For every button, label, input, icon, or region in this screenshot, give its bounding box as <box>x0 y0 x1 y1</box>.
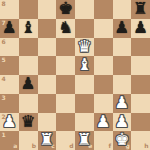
square-g8[interactable] <box>113 0 132 19</box>
square-f3[interactable] <box>94 94 113 113</box>
square-h5[interactable] <box>131 56 150 75</box>
square-c8[interactable] <box>38 0 57 19</box>
file-label-d: d <box>69 143 73 149</box>
square-a6[interactable]: 6 <box>0 38 19 57</box>
square-b4[interactable]: ♟ <box>19 75 38 94</box>
piece-black-pawn[interactable]: ♟ <box>114 19 129 36</box>
square-f5[interactable] <box>94 56 113 75</box>
file-label-f: f <box>108 143 111 149</box>
square-c7[interactable] <box>38 19 57 38</box>
square-b1[interactable]: b <box>19 131 38 150</box>
square-e3[interactable] <box>75 94 94 113</box>
square-c5[interactable] <box>38 56 57 75</box>
square-e2[interactable] <box>75 113 94 132</box>
square-d8[interactable]: ♚ <box>56 0 75 19</box>
piece-white-pawn[interactable]: ♟ <box>96 113 111 130</box>
file-label-a: a <box>13 143 17 149</box>
square-b7[interactable]: ♝ <box>19 19 38 38</box>
square-a3[interactable]: 3 <box>0 94 19 113</box>
square-f8[interactable] <box>94 0 113 19</box>
rank-label-1: 1 <box>2 132 6 138</box>
square-h8[interactable]: ♜ <box>131 0 150 19</box>
square-g2[interactable]: ♟ <box>113 113 132 132</box>
piece-white-king[interactable]: ♚ <box>114 132 129 149</box>
square-b8[interactable] <box>19 0 38 19</box>
square-d1[interactable]: d <box>56 131 75 150</box>
square-f4[interactable] <box>94 75 113 94</box>
piece-white-rook[interactable]: ♜ <box>77 132 92 149</box>
file-label-h: h <box>144 143 148 149</box>
rank-label-5: 5 <box>2 57 6 63</box>
square-d3[interactable] <box>56 94 75 113</box>
square-h4[interactable] <box>131 75 150 94</box>
square-g4[interactable] <box>113 75 132 94</box>
square-h2[interactable] <box>131 113 150 132</box>
piece-black-pawn[interactable]: ♟ <box>21 76 36 93</box>
square-c1[interactable]: c♜ <box>38 131 57 150</box>
piece-black-pawn[interactable]: ♟ <box>133 19 148 36</box>
rank-label-4: 4 <box>2 76 6 82</box>
square-d2[interactable] <box>56 113 75 132</box>
square-e4[interactable] <box>75 75 94 94</box>
square-d7[interactable]: ♞ <box>56 19 75 38</box>
rank-label-8: 8 <box>2 1 6 7</box>
square-b5[interactable] <box>19 56 38 75</box>
square-d6[interactable] <box>56 38 75 57</box>
rank-label-3: 3 <box>2 95 6 101</box>
piece-white-bishop[interactable]: ♝ <box>77 57 92 74</box>
square-a1[interactable]: 1a <box>0 131 19 150</box>
piece-white-pawn[interactable]: ♟ <box>2 113 17 130</box>
square-g7[interactable]: ♟ <box>113 19 132 38</box>
square-h3[interactable] <box>131 94 150 113</box>
chess-board: 8♚♜7♟♝♞♟♟6♛5♝4♟3♟2♟♛♟♟1abc♜de♜fg♚h <box>0 0 150 150</box>
square-d4[interactable] <box>56 75 75 94</box>
square-h6[interactable] <box>131 38 150 57</box>
square-a7[interactable]: 7♟ <box>0 19 19 38</box>
square-e7[interactable] <box>75 19 94 38</box>
square-b3[interactable] <box>19 94 38 113</box>
piece-white-queen[interactable]: ♛ <box>77 38 92 55</box>
square-a4[interactable]: 4 <box>0 75 19 94</box>
square-c6[interactable] <box>38 38 57 57</box>
piece-black-pawn[interactable]: ♟ <box>2 19 17 36</box>
square-b6[interactable] <box>19 38 38 57</box>
square-c4[interactable] <box>38 75 57 94</box>
square-e6[interactable]: ♛ <box>75 38 94 57</box>
square-g3[interactable]: ♟ <box>113 94 132 113</box>
square-e8[interactable] <box>75 0 94 19</box>
square-g6[interactable] <box>113 38 132 57</box>
square-c2[interactable] <box>38 113 57 132</box>
piece-black-rook[interactable]: ♜ <box>133 1 148 18</box>
square-e5[interactable]: ♝ <box>75 56 94 75</box>
square-f7[interactable] <box>94 19 113 38</box>
piece-white-pawn[interactable]: ♟ <box>114 94 129 111</box>
square-c3[interactable] <box>38 94 57 113</box>
square-b2[interactable]: ♛ <box>19 113 38 132</box>
square-a8[interactable]: 8 <box>0 0 19 19</box>
square-g5[interactable] <box>113 56 132 75</box>
square-f6[interactable] <box>94 38 113 57</box>
square-h7[interactable]: ♟ <box>131 19 150 38</box>
piece-black-bishop[interactable]: ♝ <box>21 19 36 36</box>
piece-black-king[interactable]: ♚ <box>58 1 73 18</box>
piece-black-knight[interactable]: ♞ <box>58 19 73 36</box>
square-a2[interactable]: 2♟ <box>0 113 19 132</box>
square-e1[interactable]: e♜ <box>75 131 94 150</box>
square-f2[interactable]: ♟ <box>94 113 113 132</box>
square-d5[interactable] <box>56 56 75 75</box>
square-f1[interactable]: f <box>94 131 113 150</box>
rank-label-6: 6 <box>2 39 6 45</box>
square-g1[interactable]: g♚ <box>113 131 132 150</box>
piece-white-rook[interactable]: ♜ <box>39 132 54 149</box>
square-h1[interactable]: h <box>131 131 150 150</box>
piece-white-pawn[interactable]: ♟ <box>114 113 129 130</box>
file-label-b: b <box>32 143 36 149</box>
square-a5[interactable]: 5 <box>0 56 19 75</box>
piece-black-queen[interactable]: ♛ <box>21 113 36 130</box>
